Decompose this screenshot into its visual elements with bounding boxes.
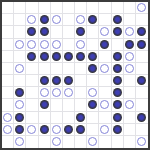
black-pearl-icon <box>88 52 97 61</box>
cell-r3c5[interactable] <box>63 39 75 51</box>
cell-r6c0[interactable] <box>2 75 14 87</box>
cell-r4c1[interactable] <box>14 51 26 63</box>
cell-r7c1[interactable] <box>14 87 26 99</box>
cell-r10c3[interactable] <box>39 124 51 136</box>
cell-r5c5[interactable] <box>63 63 75 75</box>
cell-r3c2[interactable] <box>26 39 38 51</box>
cell-r0c5[interactable] <box>63 2 75 14</box>
cell-r4c0[interactable] <box>2 51 14 63</box>
cell-r0c0[interactable] <box>2 2 14 14</box>
white-pearl-icon <box>125 52 134 61</box>
cell-r3c0[interactable] <box>2 39 14 51</box>
cell-r10c10[interactable] <box>124 124 136 136</box>
cell-r1c5[interactable] <box>63 14 75 26</box>
cell-r2c7[interactable] <box>87 26 99 38</box>
cell-r9c3[interactable] <box>39 112 51 124</box>
cell-r7c11[interactable] <box>136 87 148 99</box>
white-pearl-icon <box>88 88 97 97</box>
cell-r11c8[interactable] <box>99 136 111 148</box>
cell-r8c6[interactable] <box>75 99 87 111</box>
cell-r7c8[interactable] <box>99 87 111 99</box>
cell-r9c11[interactable] <box>136 112 148 124</box>
cell-r0c1[interactable] <box>14 2 26 14</box>
white-pearl-icon <box>100 100 109 109</box>
cell-r2c5[interactable] <box>63 26 75 38</box>
black-pearl-icon <box>76 27 85 36</box>
cell-r1c8[interactable] <box>99 14 111 26</box>
cell-r5c8[interactable] <box>99 63 111 75</box>
cell-r6c6[interactable] <box>75 75 87 87</box>
cell-r9c9[interactable] <box>112 112 124 124</box>
cell-r4c8[interactable] <box>99 51 111 63</box>
cell-r5c11[interactable] <box>136 63 148 75</box>
white-pearl-icon <box>125 27 134 36</box>
cell-r8c4[interactable] <box>51 99 63 111</box>
black-pearl-icon <box>137 40 146 49</box>
cell-r0c2[interactable] <box>26 2 38 14</box>
cell-r7c3[interactable] <box>39 87 51 99</box>
cell-r6c9[interactable] <box>112 75 124 87</box>
white-pearl-icon <box>3 125 12 134</box>
black-pearl-icon <box>125 40 134 49</box>
black-pearl-icon <box>64 52 73 61</box>
cell-r11c9[interactable] <box>112 136 124 148</box>
black-pearl-icon <box>40 100 49 109</box>
cell-r9c4[interactable] <box>51 112 63 124</box>
black-pearl-icon <box>64 125 73 134</box>
cell-r8c11[interactable] <box>136 99 148 111</box>
cell-r5c6[interactable] <box>75 63 87 75</box>
cell-r1c7[interactable] <box>87 14 99 26</box>
cell-r3c1[interactable] <box>14 39 26 51</box>
cell-r4c6[interactable] <box>75 51 87 63</box>
cell-r2c8[interactable] <box>99 26 111 38</box>
white-pearl-icon <box>100 27 109 36</box>
cell-r1c6[interactable] <box>75 14 87 26</box>
cell-r1c9[interactable] <box>112 14 124 26</box>
cell-r0c9[interactable] <box>112 2 124 14</box>
cell-r1c10[interactable] <box>124 14 136 26</box>
cell-r0c6[interactable] <box>75 2 87 14</box>
white-pearl-icon <box>15 137 24 146</box>
cell-r1c4[interactable] <box>51 14 63 26</box>
cell-r0c10[interactable] <box>124 2 136 14</box>
black-pearl-icon <box>76 125 85 134</box>
cell-r1c2[interactable] <box>26 14 38 26</box>
black-pearl-icon <box>113 52 122 61</box>
cell-r2c10[interactable] <box>124 26 136 38</box>
black-pearl-icon <box>113 76 122 85</box>
cell-r10c2[interactable] <box>26 124 38 136</box>
cell-r0c8[interactable] <box>99 2 111 14</box>
cell-r9c6[interactable] <box>75 112 87 124</box>
cell-r2c11[interactable] <box>136 26 148 38</box>
cell-r2c0[interactable] <box>2 26 14 38</box>
white-pearl-icon <box>3 113 12 122</box>
black-pearl-icon <box>88 15 97 24</box>
cell-r7c4[interactable] <box>51 87 63 99</box>
cell-r2c9[interactable] <box>112 26 124 38</box>
cell-r0c3[interactable] <box>39 2 51 14</box>
white-pearl-icon <box>52 40 61 49</box>
black-pearl-icon <box>40 27 49 36</box>
white-pearl-icon <box>52 15 61 24</box>
cell-r8c9[interactable] <box>112 99 124 111</box>
white-pearl-icon <box>52 125 61 134</box>
black-pearl-icon <box>113 100 122 109</box>
cell-r4c3[interactable] <box>39 51 51 63</box>
cell-r6c11[interactable] <box>136 75 148 87</box>
cell-r7c2[interactable] <box>26 87 38 99</box>
cell-r10c8[interactable] <box>99 124 111 136</box>
black-pearl-icon <box>88 100 97 109</box>
black-pearl-icon <box>15 113 24 122</box>
cell-r11c0[interactable] <box>2 136 14 148</box>
white-pearl-icon <box>76 40 85 49</box>
white-pearl-icon <box>15 100 24 109</box>
black-pearl-icon <box>76 113 85 122</box>
cell-r11c1[interactable] <box>14 136 26 148</box>
cell-r6c2[interactable] <box>26 75 38 87</box>
cell-r2c2[interactable] <box>26 26 38 38</box>
black-pearl-icon <box>76 52 85 61</box>
cell-r9c0[interactable] <box>2 112 14 124</box>
cell-r9c8[interactable] <box>99 112 111 124</box>
cell-r4c4[interactable] <box>51 51 63 63</box>
cell-r2c1[interactable] <box>14 26 26 38</box>
cell-r9c2[interactable] <box>26 112 38 124</box>
cell-r2c3[interactable] <box>39 26 51 38</box>
cell-r3c8[interactable] <box>99 39 111 51</box>
cell-r6c4[interactable] <box>51 75 63 87</box>
white-pearl-icon <box>100 64 109 73</box>
cell-r9c7[interactable] <box>87 112 99 124</box>
cell-r5c10[interactable] <box>124 63 136 75</box>
cell-r2c4[interactable] <box>51 26 63 38</box>
cell-r1c0[interactable] <box>2 14 14 26</box>
white-pearl-icon <box>52 137 61 146</box>
cell-r3c3[interactable] <box>39 39 51 51</box>
white-pearl-icon <box>64 88 73 97</box>
black-pearl-icon <box>100 40 109 49</box>
cell-r8c0[interactable] <box>2 99 14 111</box>
cell-r11c4[interactable] <box>51 136 63 148</box>
cell-r8c8[interactable] <box>99 99 111 111</box>
cell-r7c7[interactable] <box>87 87 99 99</box>
cell-r8c10[interactable] <box>124 99 136 111</box>
cell-r3c11[interactable] <box>136 39 148 51</box>
cell-r11c10[interactable] <box>124 136 136 148</box>
cell-r0c7[interactable] <box>87 2 99 14</box>
cell-r5c3[interactable] <box>39 63 51 75</box>
cell-r8c2[interactable] <box>26 99 38 111</box>
cell-r4c9[interactable] <box>112 51 124 63</box>
white-pearl-icon <box>125 100 134 109</box>
cell-r10c6[interactable] <box>75 124 87 136</box>
black-pearl-icon <box>137 113 146 122</box>
cell-r11c11[interactable] <box>136 136 148 148</box>
black-pearl-icon <box>113 64 122 73</box>
white-pearl-icon <box>40 40 49 49</box>
cell-r8c7[interactable] <box>87 99 99 111</box>
cell-r4c2[interactable] <box>26 51 38 63</box>
white-pearl-icon <box>15 40 24 49</box>
cell-r3c7[interactable] <box>87 39 99 51</box>
cell-r9c1[interactable] <box>14 112 26 124</box>
masyu-board <box>0 0 150 150</box>
black-pearl-icon <box>113 125 122 134</box>
black-pearl-icon <box>15 125 24 134</box>
black-pearl-icon <box>40 52 49 61</box>
black-pearl-icon <box>40 76 49 85</box>
cell-r8c3[interactable] <box>39 99 51 111</box>
cell-r10c7[interactable] <box>87 124 99 136</box>
cell-r7c6[interactable] <box>75 87 87 99</box>
black-pearl-icon <box>137 76 146 85</box>
cell-r6c10[interactable] <box>124 75 136 87</box>
white-pearl-icon <box>27 125 36 134</box>
cell-r6c1[interactable] <box>14 75 26 87</box>
cell-r7c0[interactable] <box>2 87 14 99</box>
cell-r10c1[interactable] <box>14 124 26 136</box>
cell-r3c10[interactable] <box>124 39 136 51</box>
cell-r2c6[interactable] <box>75 26 87 38</box>
cell-r0c11[interactable] <box>136 2 148 14</box>
black-pearl-icon <box>15 88 24 97</box>
black-pearl-icon <box>64 76 73 85</box>
white-pearl-icon <box>100 125 109 134</box>
cell-r7c9[interactable] <box>112 87 124 99</box>
cell-r7c5[interactable] <box>63 87 75 99</box>
cell-r3c6[interactable] <box>75 39 87 51</box>
cell-r3c4[interactable] <box>51 39 63 51</box>
cell-r5c7[interactable] <box>87 63 99 75</box>
cell-r5c0[interactable] <box>2 63 14 75</box>
cell-r4c10[interactable] <box>124 51 136 63</box>
cell-r10c5[interactable] <box>63 124 75 136</box>
cell-r4c5[interactable] <box>63 51 75 63</box>
cell-r1c11[interactable] <box>136 14 148 26</box>
black-pearl-icon <box>52 76 61 85</box>
cell-r11c6[interactable] <box>75 136 87 148</box>
cell-r9c10[interactable] <box>124 112 136 124</box>
cell-r11c7[interactable] <box>87 136 99 148</box>
cell-r0c4[interactable] <box>51 2 63 14</box>
cell-r10c11[interactable] <box>136 124 148 136</box>
black-pearl-icon <box>113 27 122 36</box>
cell-r6c5[interactable] <box>63 75 75 87</box>
black-pearl-icon <box>88 64 97 73</box>
cell-r6c8[interactable] <box>99 75 111 87</box>
white-pearl-icon <box>125 64 134 73</box>
black-pearl-icon <box>40 125 49 134</box>
white-pearl-icon <box>15 64 24 73</box>
white-pearl-icon <box>27 15 36 24</box>
cell-r5c4[interactable] <box>51 63 63 75</box>
black-pearl-icon <box>113 88 122 97</box>
white-pearl-icon <box>137 137 146 146</box>
cell-r1c1[interactable] <box>14 14 26 26</box>
cell-r11c3[interactable] <box>39 136 51 148</box>
cell-r1c3[interactable] <box>39 14 51 26</box>
cell-r4c11[interactable] <box>136 51 148 63</box>
black-pearl-icon <box>137 27 146 36</box>
black-pearl-icon <box>113 113 122 122</box>
black-pearl-icon <box>40 15 49 24</box>
cell-r3c9[interactable] <box>112 39 124 51</box>
cell-r5c9[interactable] <box>112 63 124 75</box>
black-pearl-icon <box>113 15 122 24</box>
cell-r8c1[interactable] <box>14 99 26 111</box>
cell-r5c2[interactable] <box>26 63 38 75</box>
black-pearl-icon <box>52 52 61 61</box>
cell-r11c2[interactable] <box>26 136 38 148</box>
cell-r10c4[interactable] <box>51 124 63 136</box>
cell-r7c10[interactable] <box>124 87 136 99</box>
cell-r11c5[interactable] <box>63 136 75 148</box>
white-pearl-icon <box>52 88 61 97</box>
cell-r5c1[interactable] <box>14 63 26 75</box>
cell-r4c7[interactable] <box>87 51 99 63</box>
cell-r10c9[interactable] <box>112 124 124 136</box>
black-pearl-icon <box>27 52 36 61</box>
white-pearl-icon <box>27 40 36 49</box>
cell-r8c5[interactable] <box>63 99 75 111</box>
white-pearl-icon <box>137 3 146 12</box>
black-pearl-icon <box>27 27 36 36</box>
cell-r6c7[interactable] <box>87 75 99 87</box>
cell-r10c0[interactable] <box>2 124 14 136</box>
cell-r6c3[interactable] <box>39 75 51 87</box>
white-pearl-icon <box>76 15 85 24</box>
white-pearl-icon <box>88 137 97 146</box>
cell-r9c5[interactable] <box>63 112 75 124</box>
white-pearl-icon <box>40 88 49 97</box>
